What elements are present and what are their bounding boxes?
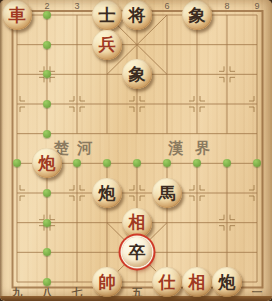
black-advisor[interactable]: 士 — [92, 0, 122, 30]
red-elephant-glyph: 相 — [189, 274, 206, 291]
red-soldier[interactable]: 兵 — [92, 30, 122, 60]
move-hint-dot[interactable] — [43, 219, 51, 227]
river-label-left: 楚河 — [54, 139, 100, 158]
move-hint-dot[interactable] — [43, 130, 51, 138]
move-hint-dot[interactable] — [43, 41, 51, 49]
black-elephant-glyph: 象 — [129, 66, 146, 83]
black-elephant[interactable]: 象 — [182, 0, 212, 30]
file-label-top-9: 9 — [250, 1, 264, 11]
file-label-top-2: 2 — [40, 1, 54, 11]
move-hint-dot[interactable] — [43, 278, 51, 286]
black-general-glyph: 将 — [129, 7, 146, 24]
move-hint-dot[interactable] — [43, 100, 51, 108]
board-left-edge — [0, 0, 3, 301]
black-soldier-glyph: 卒 — [129, 244, 146, 261]
black-horse-glyph: 馬 — [159, 185, 176, 202]
black-cannon-glyph: 炮 — [219, 274, 236, 291]
file-label-top-6: 6 — [160, 1, 174, 11]
red-chariot[interactable]: 車 — [2, 0, 32, 30]
red-elephant[interactable]: 相 — [122, 208, 152, 238]
board-front-edge — [0, 296, 272, 301]
red-general-glyph: 帥 — [99, 274, 116, 291]
move-hint-dot[interactable] — [43, 189, 51, 197]
file-label-top-8: 8 — [220, 1, 234, 11]
red-chariot-glyph: 車 — [9, 7, 26, 24]
red-general[interactable]: 帥 — [92, 267, 122, 297]
red-advisor[interactable]: 仕 — [152, 267, 182, 297]
black-advisor-glyph: 士 — [99, 7, 116, 24]
red-advisor-glyph: 仕 — [159, 274, 176, 291]
black-elephant-glyph: 象 — [189, 7, 206, 24]
red-elephant-glyph: 相 — [129, 214, 146, 231]
black-cannon[interactable]: 炮 — [92, 178, 122, 208]
black-horse[interactable]: 馬 — [152, 178, 182, 208]
red-cannon-glyph: 炮 — [39, 155, 56, 172]
xiangqi-board: 123456789 九八七六五四三二一 楚河 漢界 車士将象兵象炮炮馬相帥仕相炮… — [0, 0, 272, 301]
black-cannon-glyph: 炮 — [99, 185, 116, 202]
red-elephant[interactable]: 相 — [182, 267, 212, 297]
river-label-right: 漢界 — [168, 139, 222, 158]
file-label-top-3: 3 — [70, 1, 84, 11]
black-cannon[interactable]: 炮 — [212, 267, 242, 297]
black-general[interactable]: 将 — [122, 0, 152, 30]
move-hint-dot[interactable] — [43, 11, 51, 19]
red-soldier-glyph: 兵 — [99, 36, 116, 53]
